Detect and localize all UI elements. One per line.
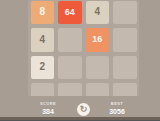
- restart-button[interactable]: ↻: [77, 103, 90, 116]
- empty-cell-r3c3: [86, 56, 110, 80]
- tile-4-r1c3: 4: [86, 1, 110, 25]
- restart-circular-arrow-icon: ↻: [80, 105, 88, 114]
- board-grid: 86444162: [31, 1, 137, 97]
- tile-4-r2c1: 4: [31, 28, 55, 52]
- empty-cell-r2c4: [113, 28, 137, 52]
- empty-cell-r2c2: [58, 28, 82, 52]
- best-box: BEST 3056: [99, 102, 135, 115]
- tile-8-r1c1: 8: [31, 1, 55, 25]
- empty-cell-r4c2: [58, 83, 82, 96]
- tile-2-r3c1: 2: [31, 56, 55, 80]
- score-value: 384: [30, 108, 66, 115]
- best-value: 3056: [99, 108, 135, 115]
- empty-cell-r3c2: [58, 56, 82, 80]
- score-box: SCORE 384: [30, 102, 66, 115]
- empty-cell-r1c4: [113, 1, 137, 25]
- empty-cell-r3c4: [113, 56, 137, 80]
- empty-cell-r4c4: [113, 83, 137, 96]
- tile-64-r1c2: 64: [58, 1, 82, 25]
- tile-16-r2c3: 16: [86, 28, 110, 52]
- game-screen: 86444162 SCORE 384 ↻ BEST 3056: [0, 0, 160, 120]
- bottom-edge-strip: [0, 117, 160, 121]
- empty-cell-r4c1: [31, 83, 55, 96]
- score-label: SCORE: [30, 102, 66, 106]
- empty-cell-r4c3: [86, 83, 110, 96]
- best-label: BEST: [99, 102, 135, 106]
- board[interactable]: 86444162: [31, 0, 137, 96]
